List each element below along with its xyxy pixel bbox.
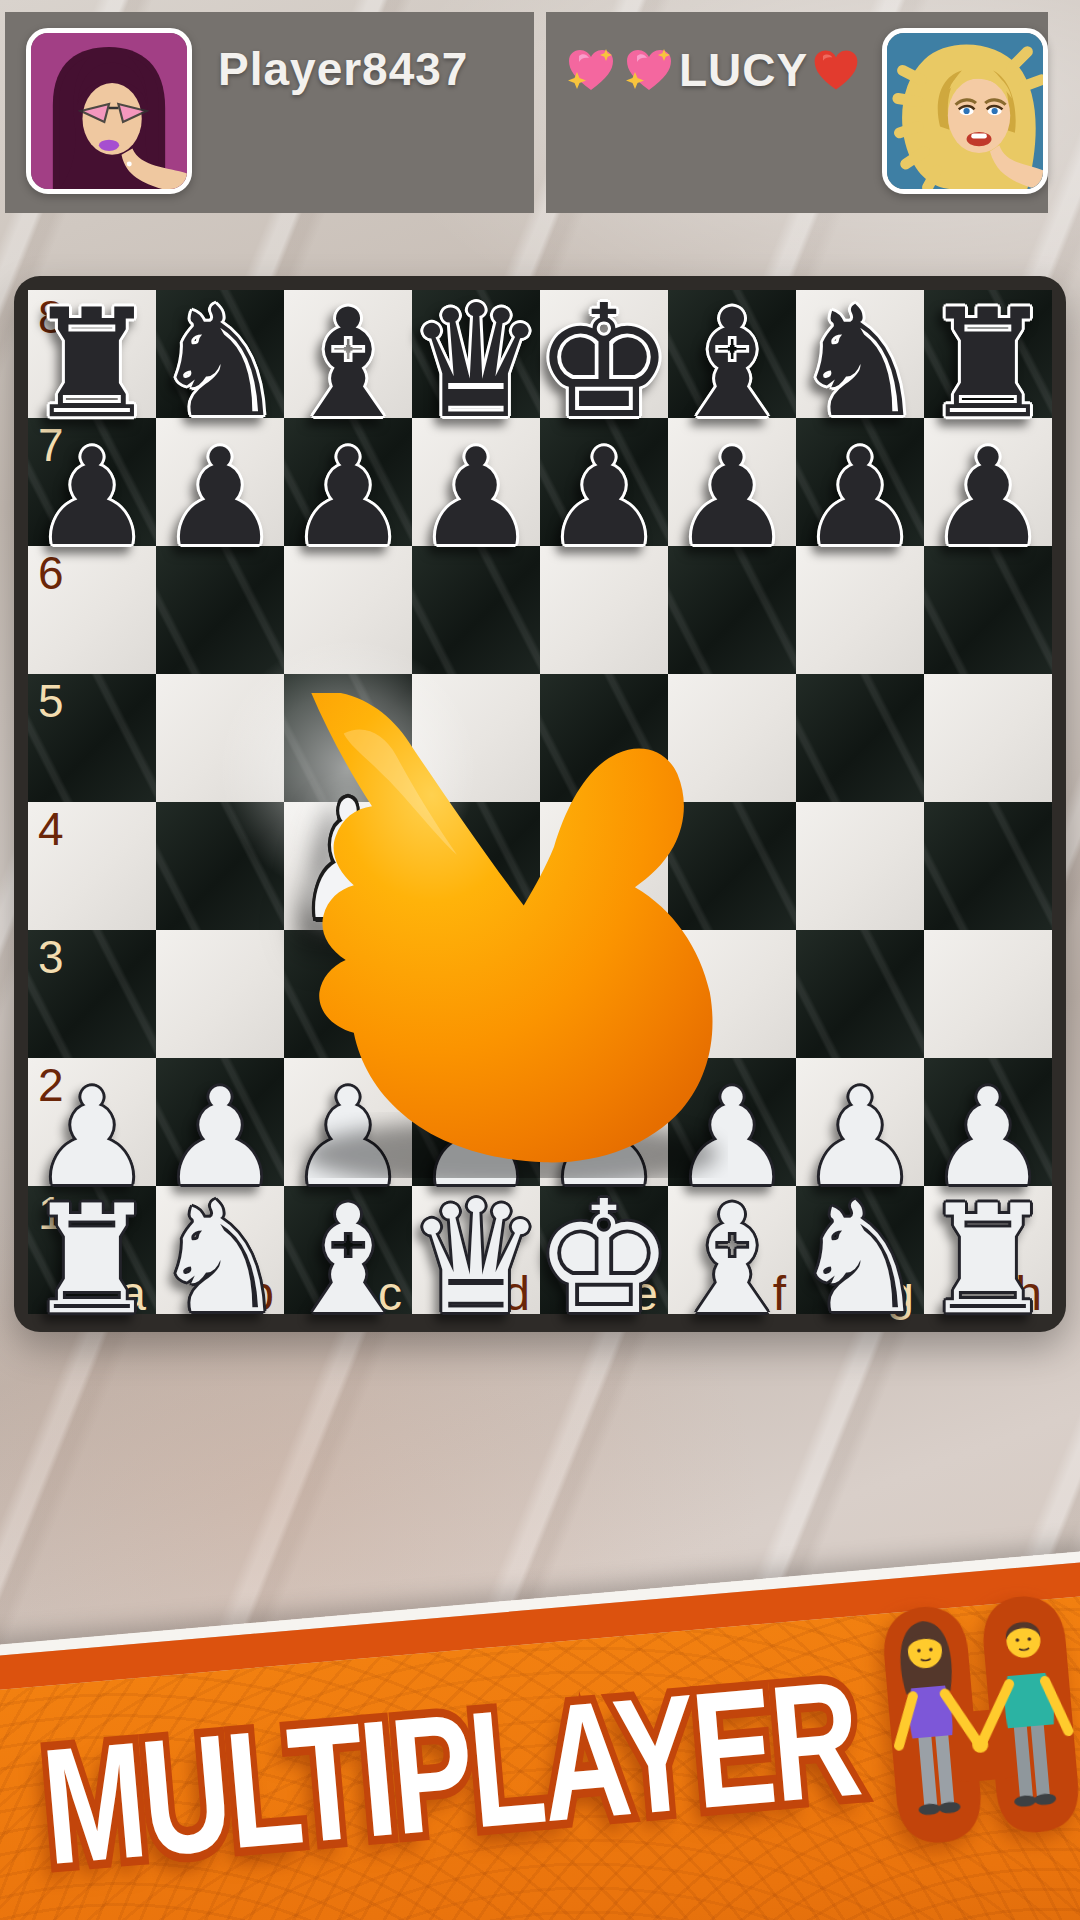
piece-white-p-b2[interactable]: ♟	[160, 1071, 280, 1205]
square-a6[interactable]: 6	[28, 546, 156, 674]
avatar-player1[interactable]	[26, 28, 192, 194]
square-f7[interactable]: ♟	[668, 418, 796, 546]
square-a2[interactable]: 2♟	[28, 1058, 156, 1186]
piece-black-b-f8[interactable]: ♝	[665, 289, 799, 439]
piece-black-q-d8[interactable]: ♛	[406, 284, 546, 440]
board-squares: 8♜♞♝♛♚♝♞♜7♟♟♟♟♟♟♟♟654♟32♟♟♟♟♟♟♟♟1a♜b♞c♝d…	[28, 290, 1052, 1314]
square-a4[interactable]: 4	[28, 802, 156, 930]
file-label-a: a	[119, 1270, 146, 1318]
file-label-f: f	[773, 1270, 786, 1318]
piece-black-p-g7[interactable]: ♟	[800, 431, 920, 565]
square-d5[interactable]	[412, 674, 540, 802]
square-f2[interactable]: ♟	[668, 1058, 796, 1186]
square-a3[interactable]: 3	[28, 930, 156, 1058]
rank-label-1: 1	[38, 1190, 64, 1236]
player2-name-text: LUCY	[679, 43, 808, 97]
player1-name: Player8437	[218, 42, 468, 96]
square-a7[interactable]: 7♟	[28, 418, 156, 546]
square-c8[interactable]: ♝	[284, 290, 412, 418]
square-f4[interactable]	[668, 802, 796, 930]
file-label-h: h	[1015, 1270, 1042, 1318]
piece-black-p-f7[interactable]: ♟	[672, 431, 792, 565]
file-label-g: g	[887, 1270, 914, 1318]
avatar-player1-image	[31, 33, 187, 189]
square-h6[interactable]	[924, 546, 1052, 674]
square-h2[interactable]: ♟	[924, 1058, 1052, 1186]
file-label-e: e	[631, 1270, 658, 1318]
piece-black-p-b7[interactable]: ♟	[160, 431, 280, 565]
piece-white-p-e2[interactable]: ♟	[544, 1071, 664, 1205]
multiplayer-banner[interactable]: MULTIPLAYER MULTIPLAYER	[0, 1543, 1080, 1920]
file-label-d: d	[503, 1270, 530, 1318]
square-e8[interactable]: ♚	[540, 290, 668, 418]
square-b7[interactable]: ♟	[156, 418, 284, 546]
square-c5[interactable]	[284, 674, 412, 802]
piece-black-p-h7[interactable]: ♟	[928, 431, 1048, 565]
square-e5[interactable]	[540, 674, 668, 802]
rank-label-8: 8	[38, 294, 64, 340]
square-f8[interactable]: ♝	[668, 290, 796, 418]
square-f6[interactable]	[668, 546, 796, 674]
rank-label-3: 3	[38, 934, 64, 980]
piece-white-p-g2[interactable]: ♟	[800, 1071, 920, 1205]
chess-board: 8♜♞♝♛♚♝♞♜7♟♟♟♟♟♟♟♟654♟32♟♟♟♟♟♟♟♟1a♜b♞c♝d…	[14, 276, 1066, 1332]
square-h3[interactable]	[924, 930, 1052, 1058]
square-d4[interactable]	[412, 802, 540, 930]
square-b5[interactable]	[156, 674, 284, 802]
square-b8[interactable]: ♞	[156, 290, 284, 418]
square-e3[interactable]	[540, 930, 668, 1058]
square-h1[interactable]: h♜	[924, 1186, 1052, 1314]
square-b3[interactable]	[156, 930, 284, 1058]
piece-black-r-h8[interactable]: ♜	[921, 289, 1055, 439]
square-g8[interactable]: ♞	[796, 290, 924, 418]
square-b2[interactable]: ♟	[156, 1058, 284, 1186]
piece-white-p-d2[interactable]: ♟	[416, 1071, 536, 1205]
piece-white-p-c2[interactable]: ♟	[288, 1071, 408, 1205]
piece-black-p-d7[interactable]: ♟	[416, 431, 536, 565]
square-d2[interactable]: ♟	[412, 1058, 540, 1186]
file-label-b: b	[247, 1270, 274, 1318]
piece-white-p-h2[interactable]: ♟	[928, 1071, 1048, 1205]
rank-label-7: 7	[38, 422, 64, 468]
file-label-c: c	[378, 1270, 402, 1318]
square-g3[interactable]	[796, 930, 924, 1058]
square-a1[interactable]: 1a♜	[28, 1186, 156, 1314]
square-d1[interactable]: d♛	[412, 1186, 540, 1314]
piece-black-b-c8[interactable]: ♝	[281, 289, 415, 439]
square-g1[interactable]: g♞	[796, 1186, 924, 1314]
player2-name: LUCY	[563, 42, 862, 98]
square-g2[interactable]: ♟	[796, 1058, 924, 1186]
square-f5[interactable]	[668, 674, 796, 802]
piece-white-p-c4[interactable]: ♟	[299, 780, 398, 943]
sparkling-heart-icon	[621, 42, 677, 98]
square-h7[interactable]: ♟	[924, 418, 1052, 546]
square-e6[interactable]	[540, 546, 668, 674]
square-e1[interactable]: e♚	[540, 1186, 668, 1314]
square-f3[interactable]	[668, 930, 796, 1058]
couple-holding-hands-emoji	[863, 1582, 1080, 1856]
avatar-player2-image	[887, 33, 1043, 189]
square-c4[interactable]: ♟	[284, 802, 412, 930]
avatar-player2[interactable]	[882, 28, 1048, 194]
piece-black-p-e7[interactable]: ♟	[544, 431, 664, 565]
square-c7[interactable]: ♟	[284, 418, 412, 546]
player-panel-top: Player8437	[5, 12, 534, 213]
square-a5[interactable]: 5	[28, 674, 156, 802]
player-panel-opponent: LUCY	[546, 12, 1048, 213]
piece-white-p-f2[interactable]: ♟	[672, 1071, 792, 1205]
square-h4[interactable]	[924, 802, 1052, 930]
square-f1[interactable]: f♝	[668, 1186, 796, 1314]
square-b6[interactable]	[156, 546, 284, 674]
piece-black-n-b8[interactable]: ♞	[152, 287, 288, 439]
square-b1[interactable]: b♞	[156, 1186, 284, 1314]
rank-label-6: 6	[38, 550, 64, 596]
piece-black-k-e8[interactable]: ♚	[534, 284, 674, 440]
square-g4[interactable]	[796, 802, 924, 930]
square-h5[interactable]	[924, 674, 1052, 802]
square-e7[interactable]: ♟	[540, 418, 668, 546]
square-b4[interactable]	[156, 802, 284, 930]
square-a8[interactable]: 8♜	[28, 290, 156, 418]
square-c2[interactable]: ♟	[284, 1058, 412, 1186]
square-c1[interactable]: c♝	[284, 1186, 412, 1314]
square-d3[interactable]	[412, 930, 540, 1058]
square-e2[interactable]: ♟	[540, 1058, 668, 1186]
square-g5[interactable]	[796, 674, 924, 802]
square-d6[interactable]	[412, 546, 540, 674]
rank-label-2: 2	[38, 1062, 64, 1108]
app-screen: Player8437 LUCY	[0, 0, 1080, 1920]
square-d7[interactable]: ♟	[412, 418, 540, 546]
square-e4[interactable]	[540, 802, 668, 930]
piece-black-n-g8[interactable]: ♞	[792, 287, 928, 439]
red-heart-icon	[810, 44, 862, 96]
square-h8[interactable]: ♜	[924, 290, 1052, 418]
rank-label-4: 4	[38, 806, 64, 852]
piece-black-p-c7[interactable]: ♟	[288, 431, 408, 565]
square-g6[interactable]	[796, 546, 924, 674]
square-d8[interactable]: ♛	[412, 290, 540, 418]
rank-label-5: 5	[38, 678, 64, 724]
square-c6[interactable]	[284, 546, 412, 674]
square-c3[interactable]	[284, 930, 412, 1058]
sparkling-heart-icon	[563, 42, 619, 98]
square-g7[interactable]: ♟	[796, 418, 924, 546]
